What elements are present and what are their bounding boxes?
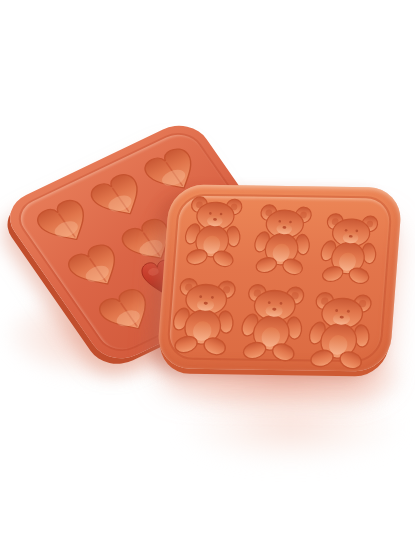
teddy-bear-cavity: [235, 280, 311, 364]
teddy-bear-icon: [315, 209, 384, 287]
teddy-bear-cavity: [302, 288, 378, 372]
teddy-bear-mold: [156, 184, 403, 371]
teddy-bear-icon: [302, 288, 378, 372]
teddy-bear-icon: [179, 192, 248, 270]
teddy-bear-cavity: [179, 192, 248, 270]
teddy-bear-cavity: [166, 274, 242, 358]
page-background: [0, 0, 415, 540]
teddy-bear-icon: [235, 280, 311, 364]
teddy-bear-icon: [248, 200, 317, 278]
front-mold-reflection: [178, 388, 403, 466]
teddy-bear-cavity: [248, 200, 317, 278]
teddy-bear-icon: [166, 274, 242, 358]
teddy-bear-cavity: [315, 209, 384, 287]
